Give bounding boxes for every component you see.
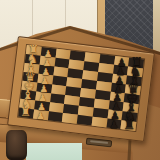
black-rook[interactable]: ♜ <box>123 118 135 132</box>
chess-board: ♜♟♟♜♞♟♟♞♝♟♟♝♛♟♟♛♚♟♟♚♝♟♟♝♞♟♟♞♜♟♟♜ <box>7 36 155 142</box>
black-pawn[interactable]: ♟ <box>109 119 118 130</box>
white-pawn[interactable]: ♟ <box>36 111 45 121</box>
floor <box>26 143 82 160</box>
panel-wood-frame-right <box>153 0 160 54</box>
square-h4[interactable] <box>62 113 78 124</box>
square-h6[interactable] <box>91 117 107 128</box>
square-h5[interactable] <box>77 115 93 126</box>
turned-table-leg <box>6 130 27 160</box>
white-rook[interactable]: ♜ <box>21 106 32 119</box>
square-h3[interactable] <box>47 111 63 122</box>
chess-table-photo: ♜♟♟♜♞♟♟♞♝♟♟♝♛♟♟♛♚♟♟♚♝♟♟♝♞♟♟♞♜♟♟♜ <box>0 0 160 160</box>
board-grid: ♜♟♟♜♞♟♟♞♝♟♟♝♛♟♟♛♚♟♟♚♝♟♟♝♞♟♟♞♜♟♟♜ <box>18 45 144 131</box>
square-h8[interactable]: ♜ <box>121 120 137 131</box>
